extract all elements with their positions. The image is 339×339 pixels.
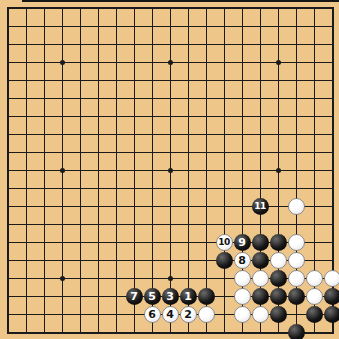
white-stone bbox=[288, 270, 305, 287]
move-number-label: 5 bbox=[148, 291, 156, 302]
white-stone bbox=[198, 306, 215, 323]
black-stone-move-11: 11 bbox=[252, 198, 269, 215]
black-stone bbox=[288, 324, 305, 339]
move-number-label: 6 bbox=[148, 309, 156, 320]
white-stone bbox=[252, 306, 269, 323]
move-number-label: 7 bbox=[130, 291, 138, 302]
white-stone bbox=[288, 252, 305, 269]
white-stone-move-6: 6 bbox=[144, 306, 161, 323]
white-stone-move-8: 8 bbox=[234, 252, 251, 269]
black-stone-move-7: 7 bbox=[126, 288, 143, 305]
move-number-label: 4 bbox=[166, 309, 174, 320]
black-stone bbox=[216, 252, 233, 269]
white-stone bbox=[324, 270, 339, 287]
white-stone bbox=[270, 252, 287, 269]
white-stone bbox=[306, 270, 323, 287]
white-stone bbox=[306, 288, 323, 305]
black-stone bbox=[270, 234, 287, 251]
black-stone bbox=[288, 288, 305, 305]
move-number-label: 11 bbox=[254, 202, 266, 211]
go-board-diagram: 1110987531642 bbox=[0, 0, 339, 339]
black-stone bbox=[306, 306, 323, 323]
white-stone bbox=[234, 270, 251, 287]
black-stone bbox=[270, 288, 287, 305]
move-number-label: 3 bbox=[166, 291, 174, 302]
white-stone bbox=[252, 270, 269, 287]
black-stone bbox=[324, 306, 339, 323]
white-stone bbox=[288, 198, 305, 215]
white-stone-move-4: 4 bbox=[162, 306, 179, 323]
move-number-label: 8 bbox=[238, 255, 246, 266]
black-stone-move-1: 1 bbox=[180, 288, 197, 305]
move-number-label: 2 bbox=[184, 309, 192, 320]
black-stone bbox=[252, 234, 269, 251]
black-stone bbox=[252, 252, 269, 269]
move-number-label: 9 bbox=[238, 237, 246, 248]
black-stone-move-3: 3 bbox=[162, 288, 179, 305]
black-stone bbox=[252, 288, 269, 305]
black-stone bbox=[270, 306, 287, 323]
white-stone bbox=[234, 306, 251, 323]
white-stone-move-2: 2 bbox=[180, 306, 197, 323]
stone-layer: 1110987531642 bbox=[0, 0, 339, 339]
black-stone bbox=[198, 288, 215, 305]
white-stone-move-10: 10 bbox=[216, 234, 233, 251]
black-stone-move-5: 5 bbox=[144, 288, 161, 305]
white-stone bbox=[234, 288, 251, 305]
move-number-label: 10 bbox=[218, 238, 230, 247]
white-stone bbox=[288, 234, 305, 251]
go-board: 1110987531642 bbox=[0, 0, 339, 339]
black-stone bbox=[270, 270, 287, 287]
move-number-label: 1 bbox=[184, 291, 192, 302]
top-edge-line bbox=[22, 0, 339, 2]
black-stone-move-9: 9 bbox=[234, 234, 251, 251]
black-stone bbox=[324, 288, 339, 305]
